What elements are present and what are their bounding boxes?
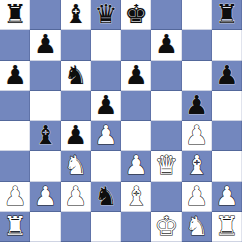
white-rook-piece[interactable]: ♜ <box>215 213 238 239</box>
white-bishop-piece[interactable]: ♝ <box>124 183 147 209</box>
square-d2[interactable]: ♞ <box>91 182 121 212</box>
square-f1[interactable]: ♚ <box>151 212 181 242</box>
black-king-piece[interactable]: ♚ <box>124 1 147 27</box>
square-c2[interactable]: ♟ <box>61 182 91 212</box>
white-pawn-piece[interactable]: ♟ <box>185 122 208 148</box>
white-pawn-piece[interactable]: ♟ <box>3 183 26 209</box>
black-knight-piece[interactable]: ♞ <box>64 62 87 88</box>
square-g4[interactable]: ♟ <box>182 121 212 151</box>
square-h5[interactable] <box>212 91 242 121</box>
black-bishop-piece[interactable]: ♝ <box>34 122 57 148</box>
black-knight-piece[interactable]: ♞ <box>94 183 117 209</box>
white-pawn-piece[interactable]: ♟ <box>94 122 117 148</box>
square-d6[interactable] <box>91 61 121 91</box>
square-b1[interactable] <box>30 212 60 242</box>
square-e7[interactable] <box>121 30 151 60</box>
square-a1[interactable]: ♜ <box>0 212 30 242</box>
white-knight-piece[interactable]: ♞ <box>185 213 208 239</box>
square-d1[interactable] <box>91 212 121 242</box>
square-a8[interactable]: ♜ <box>0 0 30 30</box>
square-d3[interactable] <box>91 151 121 181</box>
black-pawn-piece[interactable]: ♟ <box>3 62 26 88</box>
square-f5[interactable] <box>151 91 181 121</box>
square-c7[interactable] <box>61 30 91 60</box>
square-d4[interactable]: ♟ <box>91 121 121 151</box>
square-b6[interactable] <box>30 61 60 91</box>
white-pawn-piece[interactable]: ♟ <box>64 183 87 209</box>
square-d5[interactable]: ♟ <box>91 91 121 121</box>
black-pawn-piece[interactable]: ♟ <box>124 62 147 88</box>
square-a5[interactable] <box>0 91 30 121</box>
square-h1[interactable]: ♜ <box>212 212 242 242</box>
black-pawn-piece[interactable]: ♟ <box>34 31 57 57</box>
white-rook-piece[interactable]: ♜ <box>3 213 26 239</box>
square-e5[interactable] <box>121 91 151 121</box>
square-b2[interactable]: ♟ <box>30 182 60 212</box>
square-f7[interactable]: ♟ <box>151 30 181 60</box>
black-rook-piece[interactable]: ♜ <box>215 1 238 27</box>
square-f8[interactable] <box>151 0 181 30</box>
square-d7[interactable] <box>91 30 121 60</box>
square-g3[interactable]: ♝ <box>182 151 212 181</box>
square-c4[interactable]: ♟ <box>61 121 91 151</box>
white-pawn-piece[interactable]: ♟ <box>34 183 57 209</box>
square-b7[interactable]: ♟ <box>30 30 60 60</box>
black-pawn-piece[interactable]: ♟ <box>64 122 87 148</box>
square-e3[interactable]: ♟ <box>121 151 151 181</box>
square-b8[interactable] <box>30 0 60 30</box>
square-f3[interactable]: ♛ <box>151 151 181 181</box>
square-c1[interactable] <box>61 212 91 242</box>
black-pawn-piece[interactable]: ♟ <box>185 92 208 118</box>
square-e2[interactable]: ♝ <box>121 182 151 212</box>
square-a6[interactable]: ♟ <box>0 61 30 91</box>
square-g8[interactable] <box>182 0 212 30</box>
square-g5[interactable]: ♟ <box>182 91 212 121</box>
square-g2[interactable]: ♟ <box>182 182 212 212</box>
black-bishop-piece[interactable]: ♝ <box>64 1 87 27</box>
square-e6[interactable]: ♟ <box>121 61 151 91</box>
white-queen-piece[interactable]: ♛ <box>155 152 178 178</box>
square-d8[interactable]: ♛ <box>91 0 121 30</box>
black-pawn-piece[interactable]: ♟ <box>94 92 117 118</box>
white-knight-piece[interactable]: ♞ <box>64 152 87 178</box>
square-h7[interactable] <box>212 30 242 60</box>
square-e8[interactable]: ♚ <box>121 0 151 30</box>
white-king-piece[interactable]: ♚ <box>155 213 178 239</box>
black-pawn-piece[interactable]: ♟ <box>215 62 238 88</box>
square-c3[interactable]: ♞ <box>61 151 91 181</box>
square-a3[interactable] <box>0 151 30 181</box>
square-g6[interactable] <box>182 61 212 91</box>
square-h6[interactable]: ♟ <box>212 61 242 91</box>
square-h4[interactable] <box>212 121 242 151</box>
square-h2[interactable]: ♟ <box>212 182 242 212</box>
square-h3[interactable] <box>212 151 242 181</box>
square-c6[interactable]: ♞ <box>61 61 91 91</box>
white-pawn-piece[interactable]: ♟ <box>215 183 238 209</box>
square-b5[interactable] <box>30 91 60 121</box>
white-pawn-piece[interactable]: ♟ <box>185 183 208 209</box>
black-pawn-piece[interactable]: ♟ <box>155 31 178 57</box>
square-e1[interactable] <box>121 212 151 242</box>
square-b3[interactable] <box>30 151 60 181</box>
black-queen-piece[interactable]: ♛ <box>94 1 117 27</box>
square-f4[interactable] <box>151 121 181 151</box>
black-rook-piece[interactable]: ♜ <box>3 1 26 27</box>
square-f6[interactable] <box>151 61 181 91</box>
square-b4[interactable]: ♝ <box>30 121 60 151</box>
chess-board: ♜♝♛♚♜♟♟♟♞♟♟♟♟♝♟♟♟♞♟♛♝♟♟♟♞♝♟♟♜♚♞♜ <box>0 0 242 242</box>
square-a7[interactable] <box>0 30 30 60</box>
square-c5[interactable] <box>61 91 91 121</box>
square-a4[interactable] <box>0 121 30 151</box>
square-a2[interactable]: ♟ <box>0 182 30 212</box>
square-f2[interactable] <box>151 182 181 212</box>
white-pawn-piece[interactable]: ♟ <box>124 152 147 178</box>
square-h8[interactable]: ♜ <box>212 0 242 30</box>
square-g7[interactable] <box>182 30 212 60</box>
square-e4[interactable] <box>121 121 151 151</box>
white-bishop-piece[interactable]: ♝ <box>185 152 208 178</box>
square-g1[interactable]: ♞ <box>182 212 212 242</box>
square-c8[interactable]: ♝ <box>61 0 91 30</box>
